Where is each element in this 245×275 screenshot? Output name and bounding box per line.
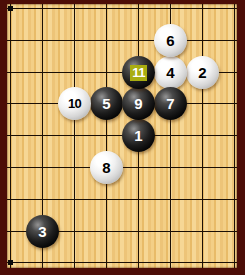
stone-black-3: 3 (26, 215, 59, 248)
stone-black-1: 1 (122, 119, 155, 152)
stone-number: 10 (68, 97, 81, 110)
stone-black-11: 11 (122, 56, 155, 89)
grid-line-vertical (10, 4, 11, 268)
stone-number: 2 (198, 65, 206, 80)
stone-black-7: 7 (154, 87, 187, 120)
star-point-marker (8, 6, 13, 11)
stone-number: 8 (102, 160, 110, 175)
grid-line-horizontal (7, 40, 237, 41)
grid-line-vertical (202, 4, 203, 268)
stone-number: 6 (166, 33, 174, 48)
stone-number: 3 (38, 224, 46, 239)
stone-black-5: 5 (90, 87, 123, 120)
stone-white-4: 4 (154, 56, 187, 89)
stone-white-2: 2 (186, 56, 219, 89)
stone-number: 7 (166, 96, 174, 111)
stone-number: 4 (166, 65, 174, 80)
grid-line-vertical (74, 4, 75, 268)
stone-white-6: 6 (154, 24, 187, 57)
stone-black-9: 9 (122, 87, 155, 120)
last-move-highlight-label: 11 (130, 65, 147, 81)
grid-line-horizontal (7, 199, 237, 200)
grid-line-horizontal (7, 8, 237, 9)
board-frame: 1234567891011 (0, 0, 245, 275)
grid-line-vertical (106, 4, 107, 268)
grid-line-horizontal (7, 262, 237, 263)
stone-number: 5 (102, 96, 110, 111)
star-point-marker (8, 260, 13, 265)
stone-white-10: 10 (58, 87, 91, 120)
stone-number: 1 (134, 128, 142, 143)
grid-line-vertical (234, 4, 235, 268)
stone-number: 9 (134, 96, 142, 111)
stone-white-8: 8 (90, 151, 123, 184)
